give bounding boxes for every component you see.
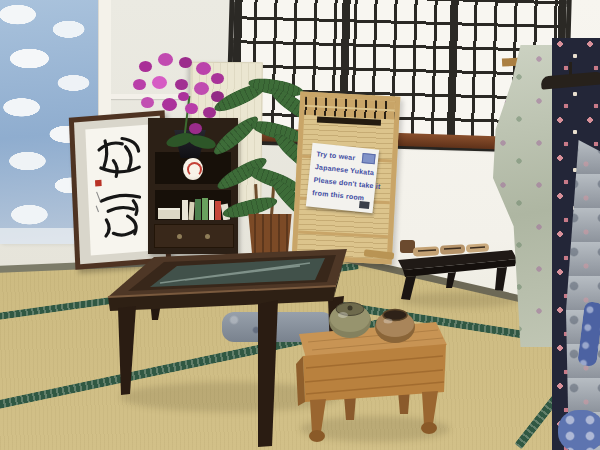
sandal-bench bbox=[398, 240, 517, 300]
go-board-table bbox=[296, 303, 447, 443]
fabric-pile bbox=[558, 410, 600, 450]
bag-on-bench bbox=[400, 240, 415, 253]
go-bowl-right bbox=[375, 310, 415, 344]
tatami-room-scene: Try to wear Japanese Yukata Please don't… bbox=[0, 0, 600, 450]
furniture-layer bbox=[0, 0, 600, 450]
